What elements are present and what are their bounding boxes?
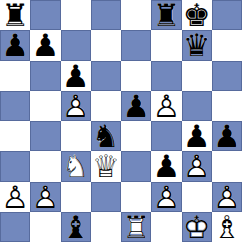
piece-glyph-outline: ♚ [182, 0, 212, 30]
piece-black-pawn[interactable]: ♙♟ [30, 30, 60, 60]
square-h6[interactable] [212, 61, 242, 91]
piece-white-bishop[interactable]: ♝♗ [212, 212, 242, 242]
piece-white-pawn[interactable]: ♟♙ [212, 182, 242, 212]
piece-glyph-outline: ♙ [30, 182, 60, 212]
piece-glyph-outline: ♛ [182, 30, 212, 60]
piece-white-pawn[interactable]: ♟♙ [151, 91, 181, 121]
piece-glyph-outline: ♙ [151, 91, 181, 121]
square-e3[interactable] [121, 151, 151, 181]
square-h3[interactable] [212, 151, 242, 181]
piece-glyph-outline: ♙ [212, 182, 242, 212]
square-g1[interactable]: ♚♔ [182, 212, 212, 242]
square-a7[interactable]: ♙♟ [0, 30, 30, 60]
piece-glyph-outline: ♙ [182, 151, 212, 181]
piece-black-queen[interactable]: ♕♛ [182, 30, 212, 60]
square-a1[interactable] [0, 212, 30, 242]
square-b4[interactable] [30, 121, 60, 151]
square-d5[interactable] [91, 91, 121, 121]
square-b2[interactable]: ♟♙ [30, 182, 60, 212]
square-e6[interactable] [121, 61, 151, 91]
piece-glyph-outline: ♘ [61, 151, 91, 181]
piece-black-bishop[interactable]: ♗♝ [61, 212, 91, 242]
piece-white-king[interactable]: ♚♔ [182, 212, 212, 242]
square-b6[interactable] [30, 61, 60, 91]
piece-white-pawn[interactable]: ♟♙ [182, 151, 212, 181]
piece-glyph-outline: ♟ [0, 30, 30, 60]
square-f4[interactable] [151, 121, 181, 151]
square-c5[interactable]: ♟♙ [61, 91, 91, 121]
square-g7[interactable]: ♕♛ [182, 30, 212, 60]
piece-glyph-outline: ♟ [121, 91, 151, 121]
square-a2[interactable]: ♟♙ [0, 182, 30, 212]
piece-white-knight[interactable]: ♞♘ [61, 151, 91, 181]
piece-glyph-outline: ♔ [182, 212, 212, 242]
square-h5[interactable] [212, 91, 242, 121]
piece-glyph-outline: ♙ [61, 91, 91, 121]
square-b7[interactable]: ♙♟ [30, 30, 60, 60]
piece-black-pawn[interactable]: ♙♟ [212, 121, 242, 151]
square-b3[interactable] [30, 151, 60, 181]
square-h8[interactable] [212, 0, 242, 30]
square-g3[interactable]: ♟♙ [182, 151, 212, 181]
square-a4[interactable] [0, 121, 30, 151]
square-a6[interactable] [0, 61, 30, 91]
square-d7[interactable] [91, 30, 121, 60]
square-f8[interactable]: ♖♜ [151, 0, 181, 30]
square-d8[interactable] [91, 0, 121, 30]
square-f2[interactable]: ♟♙ [151, 182, 181, 212]
piece-glyph-outline: ♜ [0, 0, 30, 30]
square-c2[interactable] [61, 182, 91, 212]
square-c3[interactable]: ♞♘ [61, 151, 91, 181]
square-d2[interactable] [91, 182, 121, 212]
square-e1[interactable]: ♜♖ [121, 212, 151, 242]
square-g6[interactable] [182, 61, 212, 91]
piece-glyph-outline: ♟ [151, 151, 181, 181]
square-b8[interactable] [30, 0, 60, 30]
piece-glyph-outline: ♗ [212, 212, 242, 242]
piece-white-queen[interactable]: ♛♕ [91, 151, 121, 181]
square-g8[interactable]: ♔♚ [182, 0, 212, 30]
square-f6[interactable] [151, 61, 181, 91]
chess-board: ♖♜♖♜♔♚♙♟♙♟♕♛♙♟♟♙♙♟♟♙♘♞♙♟♙♟♞♘♛♕♙♟♟♙♟♙♟♙♟♙… [0, 0, 242, 242]
square-f1[interactable] [151, 212, 181, 242]
piece-black-pawn[interactable]: ♙♟ [182, 121, 212, 151]
square-h1[interactable]: ♝♗ [212, 212, 242, 242]
square-d1[interactable] [91, 212, 121, 242]
piece-white-pawn[interactable]: ♟♙ [0, 182, 30, 212]
square-c6[interactable]: ♙♟ [61, 61, 91, 91]
square-a8[interactable]: ♖♜ [0, 0, 30, 30]
square-c8[interactable] [61, 0, 91, 30]
square-e8[interactable] [121, 0, 151, 30]
piece-glyph-outline: ♙ [0, 182, 30, 212]
square-d4[interactable]: ♘♞ [91, 121, 121, 151]
square-c7[interactable] [61, 30, 91, 60]
square-a3[interactable] [0, 151, 30, 181]
piece-glyph-outline: ♟ [212, 121, 242, 151]
piece-black-pawn[interactable]: ♙♟ [0, 30, 30, 60]
square-g2[interactable] [182, 182, 212, 212]
square-d3[interactable]: ♛♕ [91, 151, 121, 181]
piece-white-pawn[interactable]: ♟♙ [30, 182, 60, 212]
piece-glyph-outline: ♜ [151, 0, 181, 30]
square-b5[interactable] [30, 91, 60, 121]
piece-glyph-outline: ♟ [61, 61, 91, 91]
square-f7[interactable] [151, 30, 181, 60]
square-e5[interactable]: ♙♟ [121, 91, 151, 121]
square-a5[interactable] [0, 91, 30, 121]
square-f3[interactable]: ♙♟ [151, 151, 181, 181]
piece-white-rook[interactable]: ♜♖ [121, 212, 151, 242]
piece-black-pawn[interactable]: ♙♟ [121, 91, 151, 121]
square-g5[interactable] [182, 91, 212, 121]
piece-glyph-outline: ♞ [91, 121, 121, 151]
piece-glyph-outline: ♟ [30, 30, 60, 60]
square-c4[interactable] [61, 121, 91, 151]
square-e4[interactable] [121, 121, 151, 151]
square-h4[interactable]: ♙♟ [212, 121, 242, 151]
piece-glyph-outline: ♟ [182, 121, 212, 151]
piece-black-king[interactable]: ♔♚ [182, 0, 212, 30]
square-e2[interactable] [121, 182, 151, 212]
piece-glyph-outline: ♝ [61, 212, 91, 242]
piece-black-knight[interactable]: ♘♞ [91, 121, 121, 151]
square-e7[interactable] [121, 30, 151, 60]
square-g4[interactable]: ♙♟ [182, 121, 212, 151]
square-h2[interactable]: ♟♙ [212, 182, 242, 212]
piece-black-pawn[interactable]: ♙♟ [61, 61, 91, 91]
piece-black-pawn[interactable]: ♙♟ [151, 151, 181, 181]
piece-black-rook[interactable]: ♖♜ [151, 0, 181, 30]
square-b1[interactable] [30, 212, 60, 242]
piece-white-pawn[interactable]: ♟♙ [61, 91, 91, 121]
square-h7[interactable] [212, 30, 242, 60]
piece-glyph-outline: ♖ [121, 212, 151, 242]
piece-glyph-outline: ♕ [91, 151, 121, 181]
square-d6[interactable] [91, 61, 121, 91]
piece-black-rook[interactable]: ♖♜ [0, 0, 30, 30]
square-c1[interactable]: ♗♝ [61, 212, 91, 242]
piece-glyph-outline: ♙ [151, 182, 181, 212]
piece-white-pawn[interactable]: ♟♙ [151, 182, 181, 212]
square-f5[interactable]: ♟♙ [151, 91, 181, 121]
